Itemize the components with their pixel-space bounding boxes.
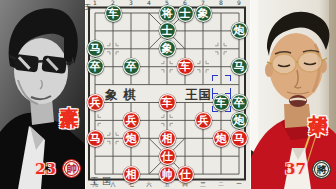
file-label-top: 4 bbox=[144, 0, 154, 6]
left-player-name: 李来群 bbox=[60, 91, 79, 97]
piece-red-horse[interactable]: 马 bbox=[231, 130, 248, 147]
piece-red-advisor[interactable]: 仕 bbox=[159, 148, 176, 165]
piece-red-pawn[interactable]: 兵 bbox=[123, 112, 140, 129]
piece-black-pawn[interactable]: 卒 bbox=[87, 58, 104, 75]
piece-red-chariot[interactable]: 车 bbox=[159, 94, 176, 111]
piece-black-horse[interactable]: 马 bbox=[87, 40, 104, 57]
piece-red-cannon[interactable]: 炮 bbox=[123, 130, 140, 147]
file-label-top: 8 bbox=[216, 0, 226, 6]
piece-red-general[interactable]: 帅 bbox=[159, 166, 176, 183]
piece-black-advisor[interactable]: 士 bbox=[177, 5, 194, 22]
file-label-bottom: 三 bbox=[198, 181, 208, 188]
piece-black-cannon[interactable]: 炮 bbox=[231, 112, 248, 129]
black-general-badge-glyph: 將 bbox=[317, 165, 327, 175]
file-label-bottom: 八 bbox=[108, 181, 118, 188]
piece-red-pawn[interactable]: 兵 bbox=[195, 112, 212, 129]
piece-red-elephant[interactable]: 相 bbox=[159, 130, 176, 147]
right-player-panel: 胡荣华 37 將 bbox=[251, 0, 336, 189]
piece-red-advisor[interactable]: 仕 bbox=[177, 166, 194, 183]
red-general-badge-glyph: 帥 bbox=[67, 164, 77, 174]
piece-black-pawn[interactable]: 卒 bbox=[123, 58, 140, 75]
right-player-side-badge: 將 bbox=[312, 160, 331, 179]
piece-black-advisor[interactable]: 士 bbox=[159, 22, 176, 39]
piece-black-elephant[interactable]: 象 bbox=[195, 5, 212, 22]
file-label-bottom: 六 bbox=[144, 181, 154, 188]
file-label-top: 1 bbox=[90, 0, 100, 6]
piece-red-cannon[interactable]: 炮 bbox=[213, 130, 230, 147]
piece-black-horse[interactable]: 马 bbox=[231, 58, 248, 75]
piece-black-pawn[interactable]: 卒 bbox=[231, 94, 248, 111]
piece-red-chariot[interactable]: 车 bbox=[177, 58, 194, 75]
left-player-side-badge: 帥 bbox=[62, 159, 81, 178]
xiangqi-board[interactable]: 王 王国 象棋 王国 123456789九八七六五四三二一 车将士象士炮马象卒卒… bbox=[85, 0, 251, 189]
piece-black-elephant[interactable]: 象 bbox=[159, 40, 176, 57]
river-text-left: 象棋 bbox=[105, 87, 142, 104]
piece-red-horse[interactable]: 马 bbox=[87, 130, 104, 147]
file-label-bottom: 一 bbox=[234, 181, 244, 188]
video-thumbnail: 李来群 23 帥 王 王国 象棋 王国 123456789九八七六五四三二一 车… bbox=[0, 0, 336, 189]
river-text-right: 王国 bbox=[185, 87, 212, 104]
piece-black-general[interactable]: 将 bbox=[159, 5, 176, 22]
file-label-top: 9 bbox=[234, 0, 244, 6]
left-player-number: 23 bbox=[35, 160, 56, 178]
file-label-top: 3 bbox=[126, 0, 136, 6]
left-player-panel: 李来群 23 帥 bbox=[0, 0, 85, 189]
file-label-bottom: 二 bbox=[216, 181, 226, 188]
piece-black-cannon[interactable]: 炮 bbox=[231, 22, 248, 39]
file-label-bottom: 九 bbox=[90, 181, 100, 188]
right-player-name: 胡荣华 bbox=[309, 99, 328, 105]
piece-red-pawn[interactable]: 兵 bbox=[87, 94, 104, 111]
right-player-number: 37 bbox=[285, 160, 306, 178]
piece-red-elephant[interactable]: 相 bbox=[123, 166, 140, 183]
piece-black-chariot[interactable]: 车 bbox=[213, 94, 230, 111]
piece-black-chariot[interactable]: 车 bbox=[105, 5, 122, 22]
